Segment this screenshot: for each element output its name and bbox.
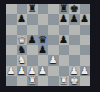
square-a6[interactable] <box>6 25 17 35</box>
square-f6[interactable] <box>59 25 70 35</box>
square-d8[interactable] <box>38 4 49 14</box>
square-e2[interactable] <box>48 66 59 76</box>
square-a1[interactable] <box>6 76 17 86</box>
square-f7[interactable]: ♟ <box>59 14 70 24</box>
square-h2[interactable]: ♟ <box>80 66 91 76</box>
square-b6[interactable] <box>17 25 28 35</box>
square-g5[interactable] <box>69 35 80 45</box>
square-g7[interactable]: ♟ <box>69 14 80 24</box>
white-pawn-piece: ♟ <box>80 65 89 75</box>
white-pawn-piece: ♟ <box>38 65 47 75</box>
square-g2[interactable]: ♟ <box>69 66 80 76</box>
square-c6[interactable] <box>27 25 38 35</box>
square-f2[interactable] <box>59 66 70 76</box>
square-d6[interactable] <box>38 25 49 35</box>
black-pawn-piece: ♟ <box>17 14 26 24</box>
white-pawn-piece: ♟ <box>7 65 16 75</box>
square-f4[interactable] <box>59 45 70 55</box>
square-e6[interactable] <box>48 25 59 35</box>
black-rook-piece: ♜ <box>28 4 37 14</box>
black-pawn-piece: ♟ <box>59 14 68 24</box>
square-e3[interactable]: ♟ <box>48 55 59 65</box>
black-pawn-piece: ♟ <box>28 35 37 45</box>
square-h6[interactable] <box>80 25 91 35</box>
square-h5[interactable] <box>80 35 91 45</box>
square-d2[interactable]: ♟ <box>38 66 49 76</box>
square-f8[interactable]: ♜ <box>59 4 70 14</box>
square-g1[interactable]: ♚ <box>69 76 80 86</box>
white-rook-piece: ♜ <box>28 76 37 86</box>
square-h3[interactable] <box>80 55 91 65</box>
square-g4[interactable] <box>69 45 80 55</box>
square-c3[interactable] <box>27 55 38 65</box>
square-d3[interactable] <box>38 55 49 65</box>
square-e4[interactable] <box>48 45 59 55</box>
square-e1[interactable] <box>48 76 59 86</box>
square-d5[interactable]: ♛ <box>38 35 49 45</box>
square-c4[interactable] <box>27 45 38 55</box>
square-h8[interactable] <box>80 4 91 14</box>
square-h7[interactable]: ♟ <box>80 14 91 24</box>
square-e5[interactable] <box>48 35 59 45</box>
black-queen-piece: ♛ <box>38 35 47 45</box>
square-c2[interactable]: ♟ <box>27 66 38 76</box>
black-king-piece: ♚ <box>70 4 79 14</box>
square-e8[interactable] <box>48 4 59 14</box>
black-pawn-piece: ♟ <box>70 14 79 24</box>
square-c7[interactable] <box>27 14 38 24</box>
black-pawn-piece: ♟ <box>38 45 47 55</box>
white-king-piece: ♚ <box>70 76 79 86</box>
square-b8[interactable] <box>17 4 28 14</box>
square-c1[interactable]: ♜ <box>27 76 38 86</box>
square-c5[interactable]: ♟ <box>27 35 38 45</box>
square-a5[interactable] <box>6 35 17 45</box>
square-f1[interactable]: ♜ <box>59 76 70 86</box>
black-rook-piece: ♜ <box>59 4 68 14</box>
white-knight-piece: ♞ <box>17 55 26 65</box>
square-f5[interactable]: ♟ <box>59 35 70 45</box>
black-pawn-piece: ♟ <box>80 14 89 24</box>
white-rook-piece: ♜ <box>59 76 68 86</box>
square-e7[interactable] <box>48 14 59 24</box>
white-pawn-piece: ♟ <box>17 65 26 75</box>
square-f3[interactable] <box>59 55 70 65</box>
square-h1[interactable] <box>80 76 91 86</box>
square-d1[interactable] <box>38 76 49 86</box>
square-g8[interactable]: ♚ <box>69 4 80 14</box>
square-d4[interactable]: ♟ <box>38 45 49 55</box>
square-h4[interactable] <box>80 45 91 55</box>
square-b4[interactable]: ♞ <box>17 45 28 55</box>
square-b5[interactable]: ♛ <box>17 35 28 45</box>
square-b7[interactable]: ♟ <box>17 14 28 24</box>
square-b3[interactable]: ♞ <box>17 55 28 65</box>
chess-app-window: ♜♜♚♟♟♟♟♛♟♛♟♞♟♞♟♟♟♟♟♟♟♜♜♚ <box>0 0 100 92</box>
square-a8[interactable] <box>6 4 17 14</box>
square-b2[interactable]: ♟ <box>17 66 28 76</box>
white-pawn-piece: ♟ <box>28 65 37 75</box>
white-pawn-piece: ♟ <box>70 65 79 75</box>
white-pawn-piece: ♟ <box>49 55 58 65</box>
square-a3[interactable] <box>6 55 17 65</box>
chess-board[interactable]: ♜♜♚♟♟♟♟♛♟♛♟♞♟♞♟♟♟♟♟♟♟♜♜♚ <box>6 4 90 86</box>
square-c8[interactable]: ♜ <box>27 4 38 14</box>
square-a2[interactable]: ♟ <box>6 66 17 76</box>
square-g6[interactable] <box>69 25 80 35</box>
square-b1[interactable] <box>17 76 28 86</box>
square-a7[interactable] <box>6 14 17 24</box>
square-a4[interactable] <box>6 45 17 55</box>
square-d7[interactable] <box>38 14 49 24</box>
black-knight-piece: ♞ <box>17 45 26 55</box>
black-pawn-piece: ♟ <box>59 35 68 45</box>
square-g3[interactable] <box>69 55 80 65</box>
white-queen-piece: ♛ <box>17 35 26 45</box>
